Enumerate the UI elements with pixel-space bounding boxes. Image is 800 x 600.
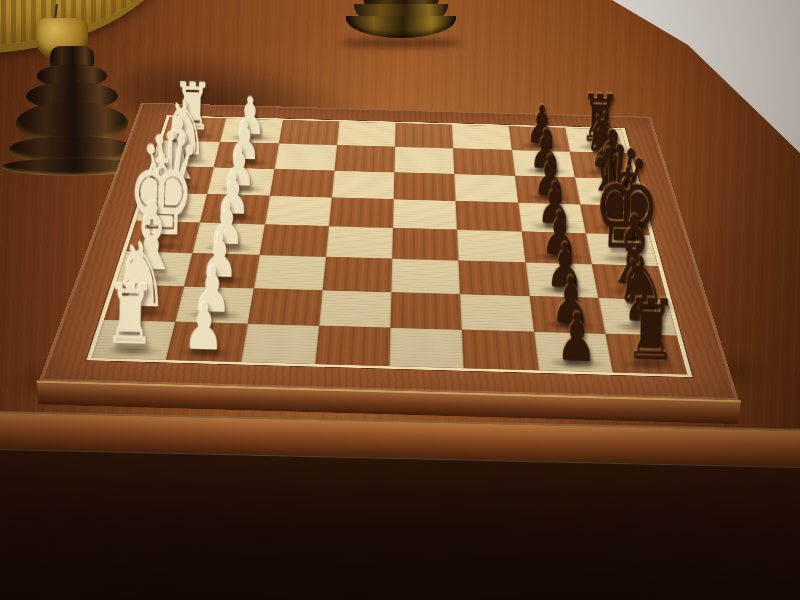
- square-a3[interactable]: [279, 120, 340, 145]
- piece-black-pawn[interactable]: ♟: [555, 304, 597, 370]
- square-f6[interactable]: [459, 261, 530, 296]
- square-h4[interactable]: [315, 326, 390, 367]
- square-a4[interactable]: [337, 122, 396, 147]
- square-a6[interactable]: [452, 125, 511, 150]
- square-d5[interactable]: [393, 199, 457, 230]
- square-g6[interactable]: [460, 294, 533, 332]
- square-g3[interactable]: [247, 288, 322, 326]
- square-a5[interactable]: [395, 123, 453, 148]
- board-front-edge: [37, 381, 742, 425]
- square-b4[interactable]: [334, 145, 395, 172]
- square-c5[interactable]: [394, 172, 456, 201]
- square-c4[interactable]: [332, 171, 395, 200]
- square-c3[interactable]: [270, 169, 335, 198]
- square-h6[interactable]: [462, 330, 538, 371]
- square-c6[interactable]: [455, 174, 518, 203]
- square-e3[interactable]: [259, 224, 329, 257]
- square-h1[interactable]: ♜: [92, 320, 176, 360]
- square-f3[interactable]: [253, 255, 325, 290]
- square-h3[interactable]: [241, 324, 319, 364]
- square-e5[interactable]: [392, 228, 459, 261]
- square-h8[interactable]: ♜: [605, 334, 687, 375]
- square-d6[interactable]: [456, 201, 522, 232]
- square-d4[interactable]: [329, 197, 394, 228]
- square-h2[interactable]: ♟: [166, 322, 247, 362]
- piece-white-pawn[interactable]: ♟: [184, 294, 226, 360]
- photo-stage: ♜♟♟♜♞♟♟♞♝♟♟♝♛♟♟♛♚♟♟♚♝♟♟♝♞♟♟♞♜♟♟♜: [0, 0, 800, 600]
- piece-white-rook[interactable]: ♜: [104, 274, 157, 358]
- square-g5[interactable]: [390, 292, 462, 330]
- square-e6[interactable]: [457, 230, 525, 263]
- square-b6[interactable]: [453, 149, 514, 176]
- square-f4[interactable]: [322, 257, 392, 292]
- square-f5[interactable]: [391, 259, 460, 294]
- square-h7[interactable]: ♟: [534, 332, 613, 373]
- chess-board: ♜♟♟♜♞♟♟♞♝♟♟♝♛♟♟♛♚♟♟♚♝♟♟♝♞♟♟♞♜♟♟♜: [39, 103, 739, 401]
- board-grid: ♜♟♟♜♞♟♟♞♝♟♟♝♛♟♟♛♚♟♟♚♝♟♟♝♞♟♟♞♜♟♟♜: [86, 115, 692, 377]
- square-d3[interactable]: [265, 196, 332, 227]
- perspective-scene: ♜♟♟♜♞♟♟♞♝♟♟♝♛♟♟♛♚♟♟♚♝♟♟♝♞♟♟♞♜♟♟♜: [0, 0, 800, 600]
- square-h5[interactable]: [389, 328, 463, 369]
- piece-black-rook[interactable]: ♜: [624, 288, 677, 372]
- square-g4[interactable]: [319, 290, 391, 328]
- square-b3[interactable]: [274, 144, 337, 171]
- square-b5[interactable]: [394, 147, 454, 174]
- square-e4[interactable]: [326, 226, 393, 259]
